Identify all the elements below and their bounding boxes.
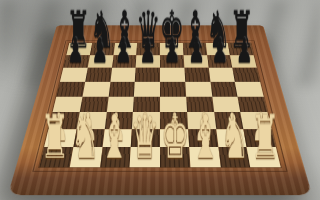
square-a7[interactable]: ♟ <box>63 55 90 68</box>
square-d7[interactable]: ♟ <box>136 55 160 68</box>
square-f6[interactable] <box>184 68 210 82</box>
square-c5[interactable] <box>108 82 135 97</box>
white-knight[interactable]: ♞ <box>70 109 99 166</box>
square-c1[interactable]: ♝ <box>100 147 131 167</box>
square-c7[interactable]: ♟ <box>112 55 137 68</box>
square-d5[interactable] <box>134 82 160 97</box>
white-bishop[interactable]: ♝ <box>100 109 129 166</box>
chess-board-frame: ♜♞♝♛♚♝♞♜♟♟♟♟♟♟♟♟♟♟♟♟♟♟♟♟♜♞♝♛♚♝♞♜ <box>8 25 312 195</box>
square-e1[interactable]: ♚ <box>160 147 190 167</box>
square-b5[interactable] <box>82 82 110 97</box>
square-f7[interactable]: ♟ <box>183 55 208 68</box>
square-f1[interactable]: ♝ <box>189 147 220 167</box>
square-h5[interactable] <box>235 82 264 97</box>
square-e5[interactable] <box>160 82 186 97</box>
white-rook[interactable]: ♜ <box>251 109 280 166</box>
square-h1[interactable]: ♜ <box>247 147 281 167</box>
white-king[interactable]: ♚ <box>161 109 190 166</box>
black-pawn[interactable]: ♟ <box>212 35 229 68</box>
square-g1[interactable]: ♞ <box>218 147 251 167</box>
black-pawn[interactable]: ♟ <box>91 35 108 68</box>
black-pawn[interactable]: ♟ <box>164 35 181 68</box>
square-e7[interactable]: ♟ <box>160 55 184 68</box>
white-rook[interactable]: ♜ <box>40 109 69 166</box>
square-h6[interactable] <box>233 68 260 82</box>
square-e6[interactable] <box>160 68 185 82</box>
square-b1[interactable]: ♞ <box>69 147 102 167</box>
square-h7[interactable]: ♟ <box>230 55 257 68</box>
square-b7[interactable]: ♟ <box>87 55 113 68</box>
square-f5[interactable] <box>185 82 212 97</box>
square-a6[interactable] <box>60 68 87 82</box>
square-d1[interactable]: ♛ <box>130 147 160 167</box>
square-g7[interactable]: ♟ <box>207 55 233 68</box>
black-pawn[interactable]: ♟ <box>115 35 132 68</box>
square-c6[interactable] <box>110 68 136 82</box>
square-g5[interactable] <box>210 82 238 97</box>
square-a1[interactable]: ♜ <box>39 147 73 167</box>
square-g6[interactable] <box>208 68 235 82</box>
black-pawn[interactable]: ♟ <box>140 35 157 68</box>
black-pawn[interactable]: ♟ <box>188 35 205 68</box>
square-b6[interactable] <box>85 68 112 82</box>
chess-board-grid: ♜♞♝♛♚♝♞♜♟♟♟♟♟♟♟♟♟♟♟♟♟♟♟♟♜♞♝♛♚♝♞♜ <box>39 43 280 167</box>
black-pawn[interactable]: ♟ <box>67 35 84 68</box>
square-d6[interactable] <box>135 68 160 82</box>
white-bishop[interactable]: ♝ <box>191 109 220 166</box>
photo-scene: ♜♞♝♛♚♝♞♜♟♟♟♟♟♟♟♟♟♟♟♟♟♟♟♟♜♞♝♛♚♝♞♜ <box>0 0 320 200</box>
white-queen[interactable]: ♛ <box>130 109 159 166</box>
black-pawn[interactable]: ♟ <box>236 35 253 68</box>
white-knight[interactable]: ♞ <box>221 109 250 166</box>
square-a5[interactable] <box>56 82 85 97</box>
